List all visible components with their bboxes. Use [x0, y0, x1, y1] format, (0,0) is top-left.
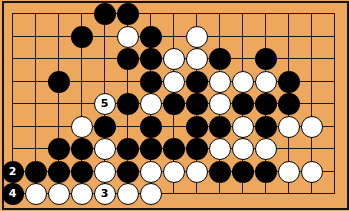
black-stone [140, 48, 162, 70]
black-stone [163, 138, 185, 160]
black-stone [117, 93, 139, 115]
move-number-label: 3 [101, 188, 109, 199]
black-stone [140, 26, 162, 48]
black-stone [117, 3, 139, 25]
black-stone [209, 116, 231, 138]
white-stone [140, 93, 162, 115]
white-stone-move-5: 5 [94, 93, 116, 115]
black-stone [140, 138, 162, 160]
black-stone [186, 116, 208, 138]
white-stone [186, 26, 208, 48]
black-stone [48, 138, 70, 160]
white-stone [209, 138, 231, 160]
black-stone [117, 48, 139, 70]
grid-line-horizontal [12, 13, 335, 14]
black-stone [163, 93, 185, 115]
move-number-label: 4 [9, 188, 17, 199]
black-stone [48, 161, 70, 183]
black-stone [140, 116, 162, 138]
black-stone [71, 138, 93, 160]
white-stone [278, 161, 300, 183]
grid-line-horizontal [12, 36, 335, 37]
black-stone-move-2: 2 [2, 161, 24, 183]
black-stone [232, 93, 254, 115]
white-stone [186, 161, 208, 183]
white-stone [25, 183, 47, 205]
white-stone [140, 183, 162, 205]
black-stone [255, 116, 277, 138]
black-stone [71, 161, 93, 183]
black-stone [117, 161, 139, 183]
white-stone [232, 138, 254, 160]
white-stone [71, 116, 93, 138]
move-number-label: 5 [101, 98, 109, 109]
black-stone [71, 26, 93, 48]
white-stone [163, 161, 185, 183]
white-stone [48, 183, 70, 205]
white-stone [301, 116, 323, 138]
white-stone [117, 26, 139, 48]
white-stone [163, 71, 185, 93]
move-number-label: 2 [9, 166, 17, 177]
black-stone [255, 161, 277, 183]
black-stone [255, 93, 277, 115]
black-stone-move-4: 4 [2, 183, 24, 205]
white-stone [255, 138, 277, 160]
white-stone [232, 71, 254, 93]
white-stone [209, 71, 231, 93]
white-stone [117, 183, 139, 205]
black-stone [209, 161, 231, 183]
black-stone [140, 71, 162, 93]
black-stone [278, 93, 300, 115]
white-stone [232, 116, 254, 138]
black-stone [186, 71, 208, 93]
black-stone [278, 71, 300, 93]
white-stone [278, 116, 300, 138]
white-stone [209, 93, 231, 115]
black-stone [186, 138, 208, 160]
white-stone [301, 161, 323, 183]
go-diagram: 5243 [0, 0, 349, 211]
black-stone [48, 71, 70, 93]
black-stone [209, 48, 231, 70]
black-stone [186, 93, 208, 115]
white-stone-move-3: 3 [94, 183, 116, 205]
white-stone [186, 48, 208, 70]
white-stone [255, 71, 277, 93]
white-stone [94, 138, 116, 160]
black-stone [232, 161, 254, 183]
white-stone [140, 161, 162, 183]
black-stone [94, 3, 116, 25]
white-stone [94, 161, 116, 183]
white-stone [71, 183, 93, 205]
white-stone [163, 48, 185, 70]
black-stone [25, 161, 47, 183]
black-stone [255, 48, 277, 70]
black-stone [94, 116, 116, 138]
black-stone [117, 138, 139, 160]
